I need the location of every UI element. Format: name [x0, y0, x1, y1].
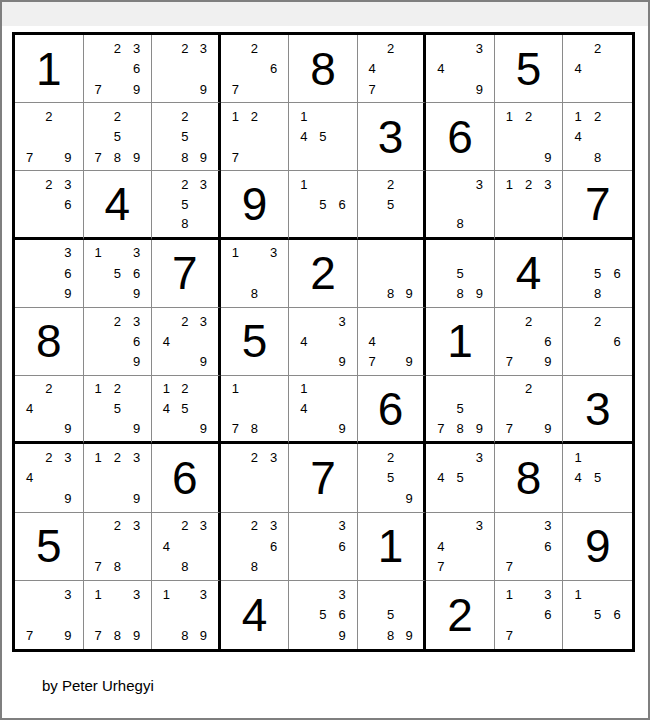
candidate-digit: 2: [108, 311, 127, 331]
cell-r3c9[interactable]: 7: [563, 171, 632, 239]
candidate-digit: 9: [538, 352, 557, 372]
cell-r3c5[interactable]: 156: [289, 171, 358, 239]
candidate-empty: [588, 447, 608, 467]
candidate-empty: [431, 243, 450, 263]
candidate-empty: [607, 58, 627, 78]
candidate-empty: [294, 536, 313, 556]
candidate-digit: 3: [127, 447, 146, 467]
cell-r2c4[interactable]: 127: [221, 103, 290, 171]
candidate-grid: 36: [289, 513, 357, 580]
candidate-digit: 4: [568, 58, 588, 78]
candidate-digit: 5: [313, 605, 332, 626]
big-digit: 9: [585, 523, 611, 569]
candidate-empty: [470, 214, 489, 234]
cell-r3c7[interactable]: 38: [426, 171, 495, 239]
cell-r2c3[interactable]: 2589: [152, 103, 221, 171]
candidate-empty: [226, 283, 245, 303]
candidate-digit: 3: [194, 516, 213, 536]
candidate-empty: [607, 468, 627, 488]
candidate-digit: 9: [58, 147, 77, 167]
cell-r6c9[interactable]: 3: [563, 376, 632, 444]
candidate-empty: [519, 605, 538, 626]
candidate-empty: [519, 214, 538, 234]
candidate-empty: [607, 243, 627, 263]
candidate-digit: 3: [538, 584, 557, 605]
candidate-digit: 6: [264, 58, 283, 78]
big-digit: 5: [242, 318, 268, 364]
candidate-grid: 2679: [495, 308, 563, 375]
cell-r7c3[interactable]: 6: [152, 444, 221, 512]
candidate-empty: [127, 106, 146, 126]
cell-r7c8[interactable]: 8: [495, 444, 564, 512]
big-digit: 8: [310, 46, 336, 92]
candidate-empty: [470, 468, 489, 488]
candidate-digit: 8: [176, 556, 195, 576]
candidate-empty: [470, 58, 489, 78]
candidate-empty: [607, 127, 627, 147]
candidate-empty: [588, 243, 608, 263]
cell-r6c5[interactable]: 149: [289, 376, 358, 444]
big-digit: 5: [36, 523, 62, 569]
cell-r5c2[interactable]: 2369: [84, 308, 153, 376]
candidate-empty: [89, 605, 108, 626]
candidate-empty: [519, 331, 538, 351]
candidate-empty: [39, 214, 58, 234]
candidate-digit: 3: [538, 516, 557, 536]
candidate-empty: [381, 488, 400, 508]
cell-r7c2[interactable]: 1239: [84, 444, 153, 512]
cell-r9c1[interactable]: 379: [15, 581, 84, 649]
candidate-digit: 5: [588, 468, 608, 488]
candidate-empty: [451, 174, 470, 194]
candidate-grid: 149: [289, 376, 357, 441]
candidate-empty: [538, 106, 557, 126]
candidate-empty: [127, 468, 146, 488]
candidate-empty: [20, 447, 39, 467]
candidate-empty: [568, 311, 588, 331]
cell-r5c7[interactable]: 1: [426, 308, 495, 376]
candidate-digit: 3: [333, 311, 352, 331]
candidate-empty: [194, 605, 213, 626]
candidate-empty: [538, 625, 557, 646]
cell-r1c9[interactable]: 24: [563, 35, 632, 103]
candidate-empty: [157, 419, 176, 439]
candidate-empty: [89, 352, 108, 372]
candidate-empty: [363, 311, 382, 331]
candidate-empty: [400, 468, 419, 488]
candidate-empty: [157, 556, 176, 576]
candidate-empty: [108, 79, 127, 99]
candidate-empty: [20, 283, 39, 303]
cell-r9c8[interactable]: 1367: [495, 581, 564, 649]
candidate-empty: [313, 147, 332, 167]
candidate-empty: [58, 379, 77, 399]
candidate-digit: 5: [451, 263, 470, 283]
candidate-empty: [226, 556, 245, 576]
candidate-empty: [519, 516, 538, 536]
cell-r9c5[interactable]: 3569: [289, 581, 358, 649]
cell-r7c7[interactable]: 345: [426, 444, 495, 512]
cell-r6c6[interactable]: 6: [358, 376, 427, 444]
candidate-digit: 3: [194, 311, 213, 331]
candidate-empty: [176, 79, 195, 99]
candidate-digit: 6: [58, 263, 77, 283]
candidate-digit: 4: [157, 536, 176, 556]
candidate-empty: [176, 352, 195, 372]
candidate-empty: [89, 106, 108, 126]
candidate-empty: [568, 352, 588, 372]
cell-r1c8[interactable]: 5: [495, 35, 564, 103]
candidate-digit: 4: [568, 127, 588, 147]
big-digit: 8: [36, 318, 62, 364]
candidate-empty: [20, 214, 39, 234]
candidate-empty: [400, 447, 419, 467]
cell-r8c1[interactable]: 5: [15, 513, 84, 581]
cell-r6c4[interactable]: 178: [221, 376, 290, 444]
cell-r4c4[interactable]: 138: [221, 240, 290, 308]
big-digit: 3: [378, 114, 404, 160]
candidate-empty: [176, 58, 195, 78]
candidate-empty: [20, 127, 39, 147]
candidate-digit: 7: [226, 147, 245, 167]
candidate-digit: 3: [264, 243, 283, 263]
cell-r1c6[interactable]: 247: [358, 35, 427, 103]
cell-r8c7[interactable]: 347: [426, 513, 495, 581]
candidate-empty: [264, 488, 283, 508]
candidate-digit: 4: [363, 331, 382, 351]
candidate-empty: [39, 605, 58, 626]
candidate-empty: [58, 127, 77, 147]
cell-r4c3[interactable]: 7: [152, 240, 221, 308]
candidate-grid: 127: [221, 103, 289, 170]
candidate-digit: 3: [264, 516, 283, 536]
sudoku-page: 1236792392678247349524279257892589127145…: [0, 0, 650, 720]
candidate-empty: [264, 38, 283, 58]
candidate-empty: [363, 194, 382, 214]
candidate-empty: [607, 447, 627, 467]
candidate-empty: [363, 38, 382, 58]
candidate-digit: 3: [58, 447, 77, 467]
cell-r8c5[interactable]: 36: [289, 513, 358, 581]
candidate-grid: 589: [426, 240, 494, 307]
cell-r5c8[interactable]: 2679: [495, 308, 564, 376]
cell-r6c8[interactable]: 279: [495, 376, 564, 444]
candidate-empty: [89, 283, 108, 303]
cell-r5c9[interactable]: 26: [563, 308, 632, 376]
candidate-empty: [294, 584, 313, 605]
cell-r1c2[interactable]: 23679: [84, 35, 153, 103]
candidate-empty: [245, 263, 264, 283]
candidate-digit: 7: [500, 352, 519, 372]
cell-r9c6[interactable]: 589: [358, 581, 427, 649]
candidate-digit: 5: [108, 399, 127, 419]
candidate-empty: [451, 243, 470, 263]
cell-r8c3[interactable]: 2348: [152, 513, 221, 581]
candidate-digit: 6: [538, 605, 557, 626]
candidate-empty: [264, 147, 283, 167]
candidate-digit: 3: [58, 584, 77, 605]
cell-r4c6[interactable]: 89: [358, 240, 427, 308]
candidate-digit: 6: [333, 194, 352, 214]
cell-r8c9[interactable]: 9: [563, 513, 632, 581]
candidate-grid: 367: [495, 513, 563, 580]
candidate-empty: [500, 379, 519, 399]
candidate-digit: 9: [470, 419, 489, 439]
candidate-digit: 9: [400, 625, 419, 646]
candidate-digit: 5: [451, 399, 470, 419]
cell-r1c5[interactable]: 8: [289, 35, 358, 103]
candidate-digit: 4: [431, 468, 450, 488]
candidate-empty: [20, 243, 39, 263]
candidate-empty: [451, 516, 470, 536]
candidate-empty: [538, 127, 557, 147]
candidate-empty: [431, 194, 450, 214]
cell-r9c7[interactable]: 2: [426, 581, 495, 649]
cell-r6c7[interactable]: 5789: [426, 376, 495, 444]
candidate-digit: 3: [470, 447, 489, 467]
cell-r6c2[interactable]: 1259: [84, 376, 153, 444]
candidate-empty: [538, 379, 557, 399]
cell-r4c7[interactable]: 589: [426, 240, 495, 308]
candidate-empty: [470, 379, 489, 399]
cell-r2c6[interactable]: 3: [358, 103, 427, 171]
candidate-empty: [194, 556, 213, 576]
cell-r5c1[interactable]: 8: [15, 308, 84, 376]
candidate-digit: 3: [264, 447, 283, 467]
candidate-digit: 3: [127, 584, 146, 605]
candidate-empty: [470, 243, 489, 263]
candidate-empty: [89, 38, 108, 58]
candidate-grid: 247: [358, 35, 424, 102]
cell-r5c4[interactable]: 5: [221, 308, 290, 376]
candidate-empty: [294, 625, 313, 646]
candidate-empty: [20, 419, 39, 439]
cell-r2c1[interactable]: 279: [15, 103, 84, 171]
candidate-empty: [431, 263, 450, 283]
candidate-digit: 7: [363, 352, 382, 372]
candidate-digit: 8: [245, 556, 264, 576]
cell-r8c4[interactable]: 2368: [221, 513, 290, 581]
cell-r2c7[interactable]: 6: [426, 103, 495, 171]
candidate-empty: [226, 468, 245, 488]
candidate-digit: 8: [245, 283, 264, 303]
cell-r6c1[interactable]: 249: [15, 376, 84, 444]
candidate-empty: [588, 79, 608, 99]
candidate-digit: 2: [245, 447, 264, 467]
cell-r2c5[interactable]: 145: [289, 103, 358, 171]
candidate-grid: 1367: [495, 581, 563, 649]
cell-r5c6[interactable]: 479: [358, 308, 427, 376]
big-digit: 6: [172, 455, 198, 501]
cell-r1c4[interactable]: 267: [221, 35, 290, 103]
cell-r9c3[interactable]: 1389: [152, 581, 221, 649]
candidate-digit: 9: [400, 488, 419, 508]
cell-r9c9[interactable]: 156: [563, 581, 632, 649]
candidate-grid: 156: [563, 581, 632, 649]
candidate-empty: [20, 106, 39, 126]
cell-r5c5[interactable]: 349: [289, 308, 358, 376]
candidate-digit: 8: [176, 147, 195, 167]
candidate-empty: [519, 194, 538, 214]
candidate-empty: [519, 127, 538, 147]
candidate-empty: [89, 331, 108, 351]
candidate-empty: [519, 584, 538, 605]
cell-r3c6[interactable]: 25: [358, 171, 427, 239]
candidate-empty: [294, 352, 313, 372]
candidate-empty: [519, 536, 538, 556]
cell-r7c5[interactable]: 7: [289, 444, 358, 512]
cell-r1c7[interactable]: 349: [426, 35, 495, 103]
candidate-empty: [470, 263, 489, 283]
candidate-empty: [363, 584, 382, 605]
candidate-empty: [226, 488, 245, 508]
candidate-empty: [108, 331, 127, 351]
candidate-empty: [400, 311, 419, 331]
cell-r2c9[interactable]: 1248: [563, 103, 632, 171]
candidate-empty: [381, 263, 400, 283]
candidate-digit: 9: [194, 625, 213, 646]
candidate-grid: 145: [563, 444, 632, 511]
candidate-digit: 9: [127, 488, 146, 508]
cell-r4c8[interactable]: 4: [495, 240, 564, 308]
cell-r8c6[interactable]: 1: [358, 513, 427, 581]
cell-r7c6[interactable]: 259: [358, 444, 427, 512]
candidate-digit: 8: [451, 419, 470, 439]
candidate-digit: 5: [313, 127, 332, 147]
candidate-empty: [431, 38, 450, 58]
candidate-empty: [363, 283, 382, 303]
candidate-digit: 5: [108, 263, 127, 283]
cell-r4c9[interactable]: 568: [563, 240, 632, 308]
candidate-digit: 5: [588, 605, 608, 626]
cell-r3c4[interactable]: 9: [221, 171, 290, 239]
candidate-empty: [194, 194, 213, 214]
candidate-digit: 8: [381, 625, 400, 646]
cell-r7c9[interactable]: 145: [563, 444, 632, 512]
candidate-empty: [313, 331, 332, 351]
cell-r9c4[interactable]: 4: [221, 581, 290, 649]
candidate-grid: 129: [495, 103, 563, 170]
candidate-empty: [568, 488, 588, 508]
cell-r5c3[interactable]: 2349: [152, 308, 221, 376]
candidate-digit: 2: [588, 106, 608, 126]
candidate-empty: [400, 38, 419, 58]
candidate-empty: [194, 331, 213, 351]
candidate-empty: [538, 311, 557, 331]
candidate-empty: [194, 214, 213, 234]
cell-r8c8[interactable]: 367: [495, 513, 564, 581]
cell-r4c1[interactable]: 369: [15, 240, 84, 308]
candidate-empty: [89, 516, 108, 536]
cell-r3c1[interactable]: 236: [15, 171, 84, 239]
cell-r2c8[interactable]: 129: [495, 103, 564, 171]
cell-r1c3[interactable]: 239: [152, 35, 221, 103]
candidate-digit: 2: [108, 106, 127, 126]
candidate-digit: 2: [176, 38, 195, 58]
candidate-empty: [431, 214, 450, 234]
candidate-empty: [400, 584, 419, 605]
candidate-digit: 4: [157, 331, 176, 351]
cell-r7c1[interactable]: 2349: [15, 444, 84, 512]
candidate-empty: [400, 263, 419, 283]
cell-r3c2[interactable]: 4: [84, 171, 153, 239]
candidate-digit: 6: [127, 331, 146, 351]
candidate-grid: 178: [221, 376, 289, 441]
cell-r3c3[interactable]: 2358: [152, 171, 221, 239]
candidate-digit: 2: [176, 516, 195, 536]
candidate-empty: [108, 243, 127, 263]
candidate-digit: 2: [108, 38, 127, 58]
candidate-digit: 9: [333, 352, 352, 372]
candidate-empty: [20, 194, 39, 214]
big-digit: 5: [516, 46, 542, 92]
candidate-empty: [108, 468, 127, 488]
candidate-empty: [431, 79, 450, 99]
cell-r7c4[interactable]: 23: [221, 444, 290, 512]
cell-r8c2[interactable]: 2378: [84, 513, 153, 581]
cell-r2c2[interactable]: 25789: [84, 103, 153, 171]
candidate-empty: [363, 605, 382, 626]
candidate-empty: [363, 468, 382, 488]
cell-r9c2[interactable]: 13789: [84, 581, 153, 649]
candidate-digit: 2: [39, 174, 58, 194]
cell-r4c5[interactable]: 2: [289, 240, 358, 308]
candidate-digit: 4: [431, 58, 450, 78]
candidate-digit: 3: [538, 174, 557, 194]
candidate-empty: [381, 331, 400, 351]
cell-r4c2[interactable]: 13569: [84, 240, 153, 308]
candidate-empty: [39, 127, 58, 147]
candidate-empty: [39, 283, 58, 303]
candidate-empty: [363, 488, 382, 508]
candidate-empty: [89, 536, 108, 556]
candidate-empty: [176, 536, 195, 556]
cell-r1c1[interactable]: 1: [15, 35, 84, 103]
candidate-empty: [39, 399, 58, 419]
candidate-empty: [245, 399, 264, 419]
candidate-empty: [127, 605, 146, 626]
candidate-digit: 1: [500, 106, 519, 126]
candidate-digit: 8: [451, 283, 470, 303]
candidate-empty: [333, 399, 352, 419]
candidate-digit: 9: [470, 283, 489, 303]
cell-r3c8[interactable]: 123: [495, 171, 564, 239]
candidate-digit: 5: [313, 194, 332, 214]
candidate-empty: [176, 605, 195, 626]
big-digit: 6: [378, 386, 404, 432]
candidate-grid: 156: [289, 171, 357, 236]
candidate-empty: [176, 331, 195, 351]
top-band: [2, 2, 648, 26]
candidate-empty: [500, 311, 519, 331]
candidate-empty: [588, 331, 608, 351]
candidate-empty: [588, 584, 608, 605]
candidate-digit: 6: [538, 331, 557, 351]
candidate-empty: [400, 243, 419, 263]
candidate-empty: [333, 106, 352, 126]
candidate-grid: 479: [358, 308, 424, 375]
candidate-empty: [39, 263, 58, 283]
candidate-digit: 7: [500, 419, 519, 439]
candidate-digit: 2: [588, 38, 608, 58]
candidate-grid: 2369: [84, 308, 152, 375]
candidate-empty: [431, 379, 450, 399]
candidate-empty: [245, 379, 264, 399]
candidate-empty: [194, 536, 213, 556]
candidate-grid: 349: [426, 35, 494, 102]
candidate-digit: 1: [89, 447, 108, 467]
cell-r6c3[interactable]: 12459: [152, 376, 221, 444]
